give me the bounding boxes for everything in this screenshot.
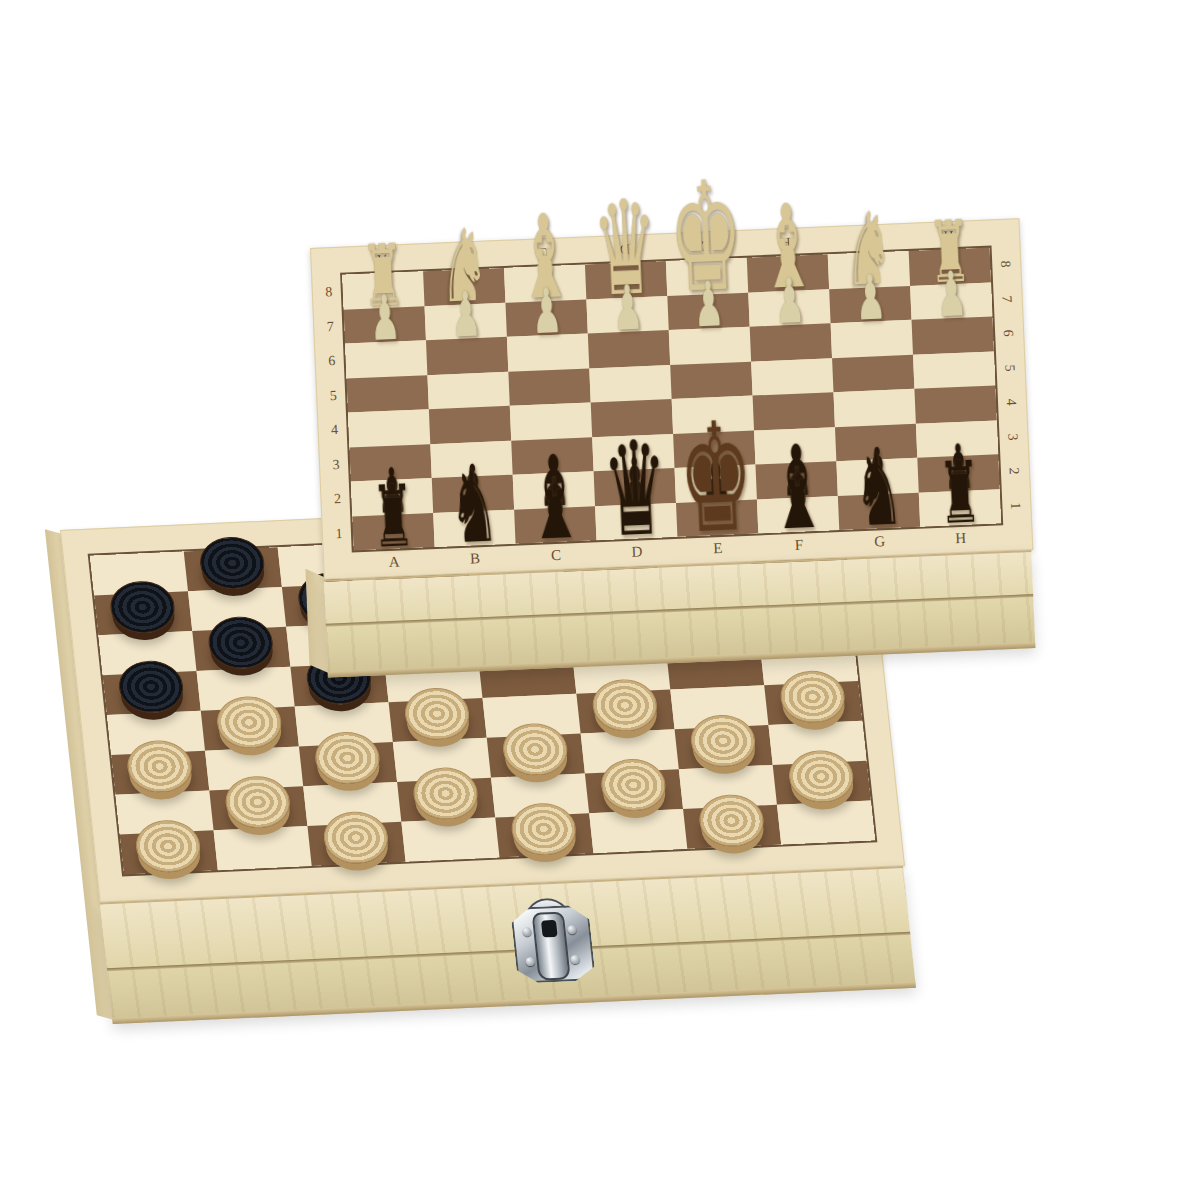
checkers-square-r8c4 <box>401 818 499 862</box>
chess-square-a5 <box>346 375 428 413</box>
chess-square-e5 <box>670 361 752 399</box>
checkers-square-r7c6 <box>585 769 683 813</box>
chess-square-h3 <box>916 420 998 458</box>
chess-coordinate-rank-4: 4 <box>323 413 346 448</box>
chess-box-lid-seam <box>326 594 1034 627</box>
chess-coordinate-file-g: G <box>827 227 909 251</box>
chess-square-a1 <box>352 513 434 551</box>
chess-coordinate-file-c: C <box>516 542 598 568</box>
chess-square-c5 <box>508 368 590 406</box>
chess-square-d7 <box>586 296 668 334</box>
chess-square-c6 <box>507 333 589 371</box>
checkers-square-r6c3 <box>299 742 397 786</box>
checkers-square-r8c2 <box>214 826 312 870</box>
checkers-square-r5c2 <box>201 707 299 751</box>
latch-clasp <box>509 897 593 990</box>
chess-square-f1 <box>757 496 839 534</box>
chess-square-b1 <box>433 509 515 547</box>
checkers-square-r8c3 <box>307 822 405 866</box>
chess-coordinate-file-h: H <box>908 224 990 248</box>
chess-coordinate-rank-6: 6 <box>990 321 1025 345</box>
chess-square-h2 <box>917 454 999 492</box>
chess-coordinate-file-h: H <box>920 525 1002 551</box>
chess-coordinate-file-c: C <box>503 241 585 265</box>
checkers-square-r5c6 <box>576 689 674 733</box>
chess-coordinate-rank-1: 1 <box>997 493 1032 517</box>
chess-square-c8 <box>504 265 586 303</box>
chess-coordinate-rank-1: 1 <box>327 516 350 551</box>
chess-square-a2 <box>351 478 433 516</box>
chess-coordinate-rank-2: 2 <box>326 482 349 517</box>
chess-coordinate-rank-8: 8 <box>317 275 340 310</box>
checkers-square-r2c2 <box>188 587 286 631</box>
checkers-square-r5c8 <box>764 681 862 725</box>
chess-square-f8 <box>747 254 829 292</box>
checkers-square-r6c2 <box>205 746 303 790</box>
chess-square-b4 <box>429 406 511 444</box>
chess-square-c2 <box>513 471 595 509</box>
chess-square-f7 <box>748 289 830 327</box>
chess-square-g6 <box>831 320 913 358</box>
checkers-square-r8c1 <box>120 830 218 874</box>
checkers-square-r8c8 <box>777 800 875 844</box>
checkers-square-r7c8 <box>773 761 871 805</box>
checkers-square-r6c5 <box>487 734 585 778</box>
chess-box: ABCDEFGH 87654321 87654321 ABCDEFGH ♜♞♝♛… <box>310 218 1035 677</box>
chess-coordinate-rank-4: 4 <box>993 390 1028 414</box>
chess-coordinate-file-f: F <box>746 230 828 254</box>
chess-coordinate-file-e: E <box>678 535 760 561</box>
chess-square-b6 <box>426 337 508 375</box>
chess-square-c1 <box>514 506 596 544</box>
chess-square-b3 <box>430 440 512 478</box>
chess-square-f6 <box>750 323 832 361</box>
chess-coordinate-rank-8: 8 <box>987 252 1022 276</box>
chess-square-e7 <box>667 292 749 330</box>
checkers-square-r8c6 <box>589 809 687 853</box>
chess-square-e1 <box>676 499 758 537</box>
checkers-box-lid-seam <box>107 932 910 971</box>
chess-coordinate-rank-3: 3 <box>324 447 347 482</box>
checkers-square-r5c3 <box>295 702 393 746</box>
checkers-square-r4c2 <box>197 667 295 711</box>
chess-square-d4 <box>591 399 673 437</box>
checkers-square-r6c6 <box>581 729 679 773</box>
checkers-square-r5c5 <box>482 694 580 738</box>
checkers-square-r7c3 <box>303 782 401 826</box>
chess-square-a6 <box>345 340 427 378</box>
chess-coordinate-file-d: D <box>597 539 679 565</box>
checkers-square-r7c1 <box>115 790 213 834</box>
chess-square-g1 <box>838 492 920 530</box>
chess-square-d1 <box>595 502 677 540</box>
chess-square-e4 <box>672 396 754 434</box>
chess-square-c3 <box>511 437 593 475</box>
chess-square-e2 <box>675 465 757 503</box>
checkers-square-r7c4 <box>397 778 495 822</box>
chess-square-f2 <box>755 461 837 499</box>
chess-coordinate-file-a: A <box>354 549 436 575</box>
chess-square-b7 <box>425 302 507 340</box>
checkers-square-r7c5 <box>491 773 589 817</box>
checkers-square-r5c7 <box>670 685 768 729</box>
chess-coordinate-file-e: E <box>665 234 747 258</box>
chess-square-c7 <box>505 299 587 337</box>
chess-square-f5 <box>751 358 833 396</box>
chess-square-b5 <box>427 371 509 409</box>
chess-coordinate-rank-7: 7 <box>319 309 342 344</box>
checkers-square-r3c1 <box>98 631 196 675</box>
chess-square-f3 <box>754 427 836 465</box>
checkers-square-r6c4 <box>393 738 491 782</box>
checkers-square-r5c4 <box>389 698 487 742</box>
chess-coordinate-rank-5: 5 <box>991 355 1026 379</box>
chess-square-d2 <box>594 468 676 506</box>
checkers-square-r6c7 <box>675 725 773 769</box>
checkers-square-r6c1 <box>111 751 209 795</box>
chess-coordinate-file-f: F <box>758 532 840 558</box>
chess-square-f4 <box>753 392 835 430</box>
chess-board: ABCDEFGH 87654321 87654321 ABCDEFGH ♜♞♝♛… <box>310 218 1033 579</box>
checkers-square-r4c1 <box>103 671 201 715</box>
chess-square-h7 <box>910 282 992 320</box>
checkers-square-r7c2 <box>209 786 307 830</box>
chess-square-b2 <box>432 475 514 513</box>
chess-square-b8 <box>423 268 505 306</box>
checkers-square-r2c1 <box>94 591 192 635</box>
chess-coordinate-rank-6: 6 <box>320 344 343 379</box>
chess-square-h6 <box>912 316 994 354</box>
chess-square-g4 <box>833 389 915 427</box>
chess-square-g3 <box>835 423 917 461</box>
chess-square-a8 <box>342 271 424 309</box>
chess-coordinate-file-b: B <box>435 546 517 572</box>
checkers-square-r6c8 <box>768 721 866 765</box>
chess-square-h1 <box>919 489 1001 527</box>
chess-square-e6 <box>669 327 751 365</box>
chess-square-a4 <box>348 409 430 447</box>
chess-square-d3 <box>592 433 674 471</box>
latch-hole-icon <box>541 920 558 938</box>
chess-coordinate-file-d: D <box>584 237 666 261</box>
checkers-box-bottom-edge <box>112 982 916 1024</box>
scene: ABCDEFGH 87654321 87654321 ABCDEFGH ♜♞♝♛… <box>0 0 1200 1200</box>
chess-square-g8 <box>828 251 910 289</box>
chess-coordinate-file-b: B <box>422 244 504 268</box>
chess-coordinate-rank-2: 2 <box>996 459 1031 483</box>
chess-square-d5 <box>589 365 671 403</box>
chess-coordinate-rank-3: 3 <box>994 424 1029 448</box>
chess-square-d8 <box>585 261 667 299</box>
chess-square-a3 <box>349 444 431 482</box>
chess-square-e8 <box>666 258 748 296</box>
chess-square-h4 <box>914 385 996 423</box>
chess-square-g5 <box>832 354 914 392</box>
chess-square-h5 <box>913 351 995 389</box>
chess-coordinate-rank-5: 5 <box>322 378 345 413</box>
chess-square-d6 <box>588 330 670 368</box>
checkers-square-r7c7 <box>679 765 777 809</box>
chess-square-g7 <box>829 285 911 323</box>
chess-square-g2 <box>836 458 918 496</box>
checkers-square-r5c1 <box>107 711 205 755</box>
chess-square-a7 <box>344 306 426 344</box>
chess-square-h8 <box>909 248 991 286</box>
chess-square-e3 <box>673 430 755 468</box>
chess-coordinate-rank-7: 7 <box>989 286 1024 310</box>
chess-grid <box>342 248 1001 551</box>
chess-coordinate-file-g: G <box>839 529 921 555</box>
checkers-square-r1c2 <box>184 547 282 591</box>
checkers-square-r1c1 <box>90 551 188 595</box>
chess-square-c4 <box>510 402 592 440</box>
checkers-square-r8c7 <box>683 805 781 849</box>
checkers-square-r8c5 <box>495 813 593 857</box>
checkers-square-r3c2 <box>192 627 290 671</box>
chess-coordinate-file-a: A <box>341 247 423 271</box>
